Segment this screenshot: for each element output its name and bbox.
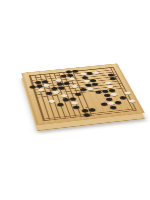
product-photo[interactable]: ●●●●●●●●●●●●●●●●●●●●●●●●●●●●●●●●●●●●●●●●… xyxy=(0,0,150,200)
black-stone: ● xyxy=(81,76,89,80)
black-stone: ● xyxy=(81,108,90,113)
black-stone: ● xyxy=(100,102,109,107)
black-stone: ● xyxy=(82,112,91,117)
black-stone: ● xyxy=(114,100,123,105)
black-stone: ● xyxy=(101,89,110,94)
black-stone: ● xyxy=(57,86,65,91)
white-stone: ● xyxy=(86,87,95,92)
white-stone: ● xyxy=(104,81,113,85)
black-stone: ● xyxy=(63,81,71,85)
white-stone: ● xyxy=(37,88,45,93)
black-stone: ● xyxy=(69,97,78,102)
black-stone: ● xyxy=(29,85,37,90)
white-stone: ● xyxy=(60,93,68,98)
black-stone: ● xyxy=(45,91,53,96)
black-stone: ● xyxy=(56,102,65,107)
black-stone: ● xyxy=(56,82,64,86)
black-stone: ● xyxy=(84,83,92,87)
black-stone: ● xyxy=(109,76,117,80)
black-stone: ● xyxy=(72,105,81,110)
go-board: ●●●●●●●●●●●●●●●●●●●●●●●●●●●●●●●●●●●●●●●●… xyxy=(21,63,145,125)
white-stone: ● xyxy=(70,101,79,106)
black-stone: ● xyxy=(88,107,97,112)
black-stone: ● xyxy=(86,71,94,75)
black-stone: ● xyxy=(91,82,99,86)
board-scene: ●●●●●●●●●●●●●●●●●●●●●●●●●●●●●●●●●●●●●●●●… xyxy=(0,12,150,172)
black-stone: ● xyxy=(65,70,73,74)
white-stone: ● xyxy=(48,99,56,104)
white-stone: ● xyxy=(42,83,50,87)
black-stone: ● xyxy=(103,93,112,98)
black-stone: ● xyxy=(35,80,43,84)
black-stone: ● xyxy=(79,87,87,92)
black-stone: ● xyxy=(89,78,97,82)
white-stone: ● xyxy=(71,84,79,89)
white-stone: ● xyxy=(55,78,63,82)
white-stone: ● xyxy=(110,92,119,97)
black-stone: ● xyxy=(119,95,128,100)
black-stone: ● xyxy=(94,90,103,95)
black-stone: ● xyxy=(105,97,114,102)
white-stone: ● xyxy=(106,85,115,90)
white-stone: ● xyxy=(107,101,116,106)
black-stone: ● xyxy=(60,74,68,78)
white-stone: ● xyxy=(68,77,76,81)
black-stone: ● xyxy=(36,84,44,89)
black-stone: ● xyxy=(51,86,59,91)
black-stone: ● xyxy=(66,73,74,77)
white-stone: ● xyxy=(83,79,91,83)
black-stone: ● xyxy=(109,105,118,110)
black-stone: ● xyxy=(71,69,79,73)
white-stone: ● xyxy=(52,90,60,95)
white-stone: ● xyxy=(92,71,100,75)
white-stone: ● xyxy=(79,72,87,76)
black-stone: ● xyxy=(108,88,117,93)
black-stone: ● xyxy=(74,92,83,97)
black-stone: ● xyxy=(107,73,115,77)
black-stone: ● xyxy=(62,97,71,102)
black-stone: ● xyxy=(41,80,49,84)
